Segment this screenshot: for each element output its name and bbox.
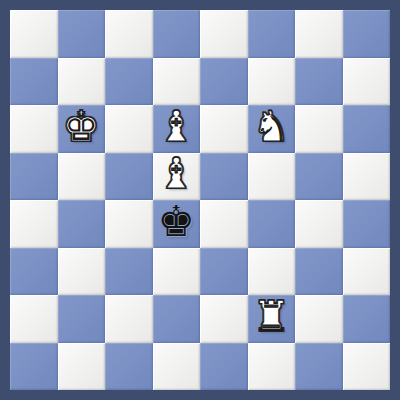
square-a2[interactable]	[10, 295, 58, 343]
square-d8[interactable]	[153, 10, 201, 58]
square-e7[interactable]	[200, 58, 248, 106]
square-a8[interactable]	[10, 10, 58, 58]
square-e1[interactable]	[200, 343, 248, 391]
square-b1[interactable]	[58, 343, 106, 391]
square-d4[interactable]: ♚	[153, 200, 201, 248]
square-c5[interactable]	[105, 153, 153, 201]
square-e4[interactable]	[200, 200, 248, 248]
square-a5[interactable]	[10, 153, 58, 201]
square-g8[interactable]	[295, 10, 343, 58]
square-e3[interactable]	[200, 248, 248, 296]
square-c2[interactable]	[105, 295, 153, 343]
chess-board: ♚♝♞♝♚♜	[10, 10, 390, 390]
square-b2[interactable]	[58, 295, 106, 343]
square-g2[interactable]	[295, 295, 343, 343]
square-e2[interactable]	[200, 295, 248, 343]
square-f3[interactable]	[248, 248, 296, 296]
square-f2[interactable]: ♜	[248, 295, 296, 343]
square-a6[interactable]	[10, 105, 58, 153]
square-b7[interactable]	[58, 58, 106, 106]
square-b6[interactable]: ♚	[58, 105, 106, 153]
square-g6[interactable]	[295, 105, 343, 153]
square-e6[interactable]	[200, 105, 248, 153]
square-h1[interactable]	[343, 343, 391, 391]
square-g5[interactable]	[295, 153, 343, 201]
square-a7[interactable]	[10, 58, 58, 106]
square-f4[interactable]	[248, 200, 296, 248]
square-c7[interactable]	[105, 58, 153, 106]
square-f5[interactable]	[248, 153, 296, 201]
square-b4[interactable]	[58, 200, 106, 248]
square-h2[interactable]	[343, 295, 391, 343]
white-bishop-d6: ♝	[157, 106, 195, 148]
white-king-b6: ♚	[62, 106, 100, 148]
square-c8[interactable]	[105, 10, 153, 58]
white-knight-f6: ♞	[252, 106, 290, 148]
square-f6[interactable]: ♞	[248, 105, 296, 153]
square-g3[interactable]	[295, 248, 343, 296]
square-d2[interactable]	[153, 295, 201, 343]
square-h6[interactable]	[343, 105, 391, 153]
square-b3[interactable]	[58, 248, 106, 296]
square-c3[interactable]	[105, 248, 153, 296]
square-c6[interactable]	[105, 105, 153, 153]
square-d7[interactable]	[153, 58, 201, 106]
square-h5[interactable]	[343, 153, 391, 201]
chess-diagram: ♚♝♞♝♚♜	[0, 0, 400, 400]
square-h8[interactable]	[343, 10, 391, 58]
square-h3[interactable]	[343, 248, 391, 296]
square-a3[interactable]	[10, 248, 58, 296]
square-g7[interactable]	[295, 58, 343, 106]
square-b8[interactable]	[58, 10, 106, 58]
square-f8[interactable]	[248, 10, 296, 58]
square-b5[interactable]	[58, 153, 106, 201]
square-h4[interactable]	[343, 200, 391, 248]
square-h7[interactable]	[343, 58, 391, 106]
square-d5[interactable]: ♝	[153, 153, 201, 201]
square-e8[interactable]	[200, 10, 248, 58]
white-rook-f2: ♜	[252, 296, 290, 338]
square-a1[interactable]	[10, 343, 58, 391]
square-c1[interactable]	[105, 343, 153, 391]
square-g1[interactable]	[295, 343, 343, 391]
square-g4[interactable]	[295, 200, 343, 248]
square-f1[interactable]	[248, 343, 296, 391]
white-bishop-d5: ♝	[157, 153, 195, 195]
black-king-d4: ♚	[157, 201, 195, 243]
square-d1[interactable]	[153, 343, 201, 391]
square-f7[interactable]	[248, 58, 296, 106]
square-d3[interactable]	[153, 248, 201, 296]
square-d6[interactable]: ♝	[153, 105, 201, 153]
square-e5[interactable]	[200, 153, 248, 201]
square-c4[interactable]	[105, 200, 153, 248]
square-a4[interactable]	[10, 200, 58, 248]
